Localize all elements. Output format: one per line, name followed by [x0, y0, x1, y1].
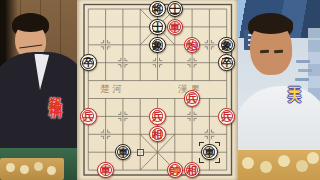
backdrop-text-blur	[296, 60, 310, 63]
piece-black-卒[interactable]: 卒	[218, 54, 235, 72]
last-move-origin-marker	[132, 143, 149, 161]
video-frame: 郑惟桐 楚 河 漢 界 将士士車象炮象卒卒兵兵兵兵相車車車帥相 王天一	[0, 0, 320, 180]
left-player-fringe	[14, 18, 47, 32]
piece-black-士[interactable]: 士	[166, 0, 183, 18]
piece-red-車[interactable]: 車	[97, 161, 114, 179]
piece-red-炮[interactable]: 炮	[183, 36, 200, 54]
piece-red-兵[interactable]: 兵	[218, 107, 235, 125]
last-move-bracket	[199, 142, 204, 147]
right-table	[238, 150, 320, 180]
piece-black-車[interactable]: 車	[201, 143, 218, 161]
piece-layer: 将士士車象炮象卒卒兵兵兵兵相車車車帥相	[80, 0, 236, 179]
piece-red-兵[interactable]: 兵	[183, 90, 200, 108]
piece-red-兵[interactable]: 兵	[80, 107, 97, 125]
xiangqi-board: 楚 河 漢 界 将士士車象炮象卒卒兵兵兵兵相車車車帥相	[77, 0, 238, 180]
last-move-bracket	[215, 142, 220, 147]
piece-black-象[interactable]: 象	[218, 36, 235, 54]
piece-red-相[interactable]: 相	[183, 161, 200, 179]
piece-black-士[interactable]: 士	[149, 18, 166, 36]
piece-black-卒[interactable]: 卒	[80, 54, 97, 72]
piece-red-兵[interactable]: 兵	[149, 107, 166, 125]
piece-red-相[interactable]: 相	[149, 125, 166, 143]
left-player-photo: 郑惟桐	[0, 0, 77, 180]
piece-black-将[interactable]: 将	[149, 0, 166, 18]
right-player-buzzcut	[249, 16, 293, 34]
right-player-shirt	[238, 86, 320, 158]
piece-black-車[interactable]: 車	[114, 143, 131, 161]
left-player-name: 郑惟桐	[49, 86, 62, 98]
piece-red-帥[interactable]: 帥	[166, 161, 183, 179]
piece-black-象[interactable]: 象	[149, 36, 166, 54]
last-move-bracket	[215, 158, 220, 163]
right-player-name: 王天一	[288, 76, 301, 88]
left-physical-board	[0, 158, 64, 180]
piece-red-車[interactable]: 車	[166, 18, 183, 36]
right-player-photo: 王天一	[238, 0, 320, 180]
